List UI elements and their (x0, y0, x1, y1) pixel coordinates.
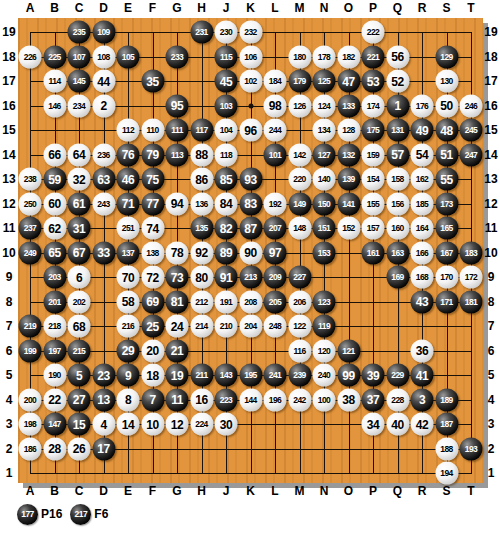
stone-Q13: 158 (386, 168, 409, 191)
stone-move-number: 17 (97, 443, 109, 455)
column-label-top: H (197, 1, 206, 15)
stone-T14: 247 (460, 143, 483, 166)
stone-S11: 165 (435, 217, 458, 240)
stone-move-number: 157 (367, 224, 380, 233)
stone-J4: 223 (215, 388, 238, 411)
stone-S18: 129 (435, 45, 458, 68)
stone-move-number: 6 (76, 271, 82, 283)
stone-F8: 69 (141, 290, 164, 313)
stone-move-number: 29 (122, 345, 134, 357)
stone-K4: 144 (239, 388, 262, 411)
column-label-bottom: N (320, 484, 329, 498)
stone-P19: 222 (362, 21, 385, 44)
stone-move-number: 102 (244, 77, 257, 86)
stone-R6: 36 (411, 339, 434, 362)
column-label-top: S (442, 1, 450, 15)
grid-line-horizontal (30, 473, 472, 474)
stone-move-number: 153 (318, 248, 331, 257)
stone-move-number: 30 (220, 418, 232, 430)
stone-move-number: 214 (195, 322, 208, 331)
stone-N6: 120 (313, 339, 336, 362)
stone-move-number: 33 (97, 247, 109, 259)
stone-G6: 21 (166, 339, 189, 362)
column-label-top: M (295, 1, 305, 15)
stone-move-number: 199 (24, 346, 37, 355)
stone-F6: 20 (141, 339, 164, 362)
column-label-top: G (172, 1, 181, 15)
stone-move-number: 168 (416, 273, 429, 282)
column-label-bottom: P (369, 484, 377, 498)
stone-move-number: 68 (73, 320, 85, 332)
stone-move-number: 185 (416, 199, 429, 208)
stone-move-number: 236 (97, 150, 110, 159)
stone-N5: 240 (313, 364, 336, 387)
row-label-right: 8 (488, 295, 495, 309)
stone-R9: 168 (411, 266, 434, 289)
stone-A10: 249 (19, 241, 42, 264)
stone-L16: 98 (264, 94, 287, 117)
stone-move-number: 229 (391, 371, 404, 380)
stone-F15: 110 (141, 119, 164, 142)
stone-M5: 239 (288, 364, 311, 387)
stone-move-number: 232 (244, 28, 257, 37)
stone-R5: 41 (411, 364, 434, 387)
stone-move-number: 191 (220, 297, 233, 306)
column-label-bottom: F (149, 484, 156, 498)
stone-C2: 26 (68, 437, 91, 460)
column-label-bottom: D (99, 484, 108, 498)
stone-H19: 231 (190, 21, 213, 44)
stone-move-number: 9 (125, 369, 131, 381)
column-label-top: N (320, 1, 329, 15)
stone-move-number: 85 (220, 173, 232, 185)
stone-move-number: 216 (122, 322, 135, 331)
stone-A4: 200 (19, 388, 42, 411)
stone-L4: 196 (264, 388, 287, 411)
stone-move-number: 223 (220, 395, 233, 404)
stone-S10: 167 (435, 241, 458, 264)
row-label-left: 8 (6, 295, 13, 309)
stone-move-number: 38 (342, 394, 354, 406)
stone-move-number: 149 (293, 199, 306, 208)
stone-L14: 101 (264, 143, 287, 166)
stone-move-number: 172 (465, 273, 478, 282)
stone-B11: 62 (43, 217, 66, 240)
stone-move-number: 175 (367, 126, 380, 135)
column-label-bottom: S (442, 484, 450, 498)
stone-B3: 147 (43, 413, 66, 436)
stone-move-number: 62 (48, 222, 60, 234)
stone-S13: 55 (435, 168, 458, 191)
stone-O14: 132 (337, 143, 360, 166)
stone-M9: 227 (288, 266, 311, 289)
stone-L9: 209 (264, 266, 287, 289)
stone-move-number: 131 (391, 126, 404, 135)
stone-move-number: 119 (318, 322, 330, 331)
row-label-right: 9 (488, 270, 495, 284)
stone-P16: 174 (362, 94, 385, 117)
stone-move-number: 48 (440, 124, 452, 136)
stone-move-number: 166 (416, 248, 429, 257)
stone-move-number: 165 (440, 224, 453, 233)
stone-move-number: 188 (440, 444, 453, 453)
stone-move-number: 75 (146, 173, 158, 185)
stone-E13: 46 (117, 168, 140, 191)
stone-move-number: 104 (220, 126, 233, 135)
stone-move-number: 163 (391, 248, 404, 257)
stone-move-number: 19 (171, 369, 183, 381)
stone-J10: 89 (215, 241, 238, 264)
column-label-top: C (75, 1, 84, 15)
stone-move-number: 56 (391, 51, 403, 63)
stone-move-number: 144 (244, 395, 257, 404)
stone-move-number: 35 (146, 75, 158, 87)
stone-B14: 66 (43, 143, 66, 166)
stone-D17: 44 (92, 70, 115, 93)
stone-C18: 107 (68, 45, 91, 68)
stone-Q15: 131 (386, 119, 409, 142)
stone-J17: 45 (215, 70, 238, 93)
stone-D12: 243 (92, 192, 115, 215)
stone-K19: 232 (239, 21, 262, 44)
row-label-left: 13 (2, 172, 15, 186)
stone-J11: 82 (215, 217, 238, 240)
stone-F14: 79 (141, 143, 164, 166)
stone-move-number: 7 (149, 394, 155, 406)
stone-move-number: 196 (269, 395, 282, 404)
stone-E4: 8 (117, 388, 140, 411)
stone-move-number: 92 (195, 247, 207, 259)
stone-move-number: 187 (440, 420, 453, 429)
stone-move-number: 54 (416, 149, 428, 161)
stone-move-number: 218 (48, 322, 61, 331)
stone-move-number: 87 (244, 222, 256, 234)
stone-move-number: 184 (269, 77, 282, 86)
stone-move-number: 243 (97, 199, 110, 208)
stone-L7: 248 (264, 315, 287, 338)
stone-move-number: 147 (48, 420, 61, 429)
stone-P3: 34 (362, 413, 385, 436)
stone-move-number: 117 (195, 126, 207, 135)
row-label-right: 10 (484, 246, 497, 260)
stone-A2: 186 (19, 437, 42, 460)
column-label-top: R (418, 1, 427, 15)
stone-move-number: 143 (220, 371, 233, 380)
stone-M11: 148 (288, 217, 311, 240)
stone-K12: 83 (239, 192, 262, 215)
stone-move-number: 231 (195, 28, 208, 37)
stone-move-number: 112 (122, 126, 134, 135)
stone-move-number: 206 (293, 297, 306, 306)
stone-move-number: 159 (367, 150, 380, 159)
stone-E8: 58 (117, 290, 140, 313)
stone-move-number: 180 (293, 52, 306, 61)
stone-B2: 28 (43, 437, 66, 460)
stone-move-number: 89 (220, 247, 232, 259)
stone-N12: 150 (313, 192, 336, 215)
stone-Q4: 228 (386, 388, 409, 411)
stone-C12: 61 (68, 192, 91, 215)
stone-move-number: 228 (391, 395, 404, 404)
stone-move-number: 181 (465, 297, 478, 306)
stone-move-number: 211 (195, 371, 207, 380)
stone-move-number: 235 (73, 28, 86, 37)
stone-move-number: 34 (367, 418, 379, 430)
stone-move-number: 129 (440, 52, 453, 61)
stone-move-number: 116 (293, 346, 305, 355)
stone-move-number: 79 (146, 149, 158, 161)
stone-move-number: 219 (24, 322, 37, 331)
column-label-bottom: B (50, 484, 59, 498)
stone-move-number: 248 (269, 322, 282, 331)
column-label-top: B (50, 1, 59, 15)
stone-A3: 198 (19, 413, 42, 436)
stone-O4: 38 (337, 388, 360, 411)
stone-S8: 171 (435, 290, 458, 313)
stone-move-number: 246 (465, 101, 478, 110)
stone-D4: 13 (92, 388, 115, 411)
stone-move-number: 173 (440, 199, 453, 208)
stone-N13: 140 (313, 168, 336, 191)
stone-G14: 113 (166, 143, 189, 166)
stone-C19: 235 (68, 21, 91, 44)
stone-move-number: 110 (146, 126, 158, 135)
stone-move-number: 139 (342, 175, 355, 184)
stone-move-number: 44 (97, 75, 109, 87)
stone-M17: 179 (288, 70, 311, 93)
stone-move-number: 76 (122, 149, 134, 161)
stone-T8: 181 (460, 290, 483, 313)
stone-move-number: 122 (293, 322, 306, 331)
column-label-bottom: L (271, 484, 278, 498)
stone-move-number: 114 (48, 77, 60, 86)
stone-move-number: 240 (318, 371, 331, 380)
stone-move-number: 195 (244, 371, 257, 380)
row-label-right: 16 (484, 99, 497, 113)
column-label-bottom: C (75, 484, 84, 498)
stone-O18: 182 (337, 45, 360, 68)
stone-move-number: 2 (100, 100, 106, 112)
stone-move-number: 24 (171, 320, 183, 332)
stone-O16: 133 (337, 94, 360, 117)
stone-R11: 164 (411, 217, 434, 240)
stone-move-number: 201 (48, 297, 61, 306)
column-label-bottom: M (295, 484, 305, 498)
stone-K10: 90 (239, 241, 262, 264)
stone-E11: 251 (117, 217, 140, 240)
stone-Q17: 52 (386, 70, 409, 93)
stone-L12: 192 (264, 192, 287, 215)
stone-H8: 212 (190, 290, 213, 313)
stone-move-number: 71 (122, 198, 134, 210)
stone-K11: 87 (239, 217, 262, 240)
stone-move-number: 90 (244, 247, 256, 259)
stone-J18: 115 (215, 45, 238, 68)
stone-move-number: 154 (367, 175, 380, 184)
stone-move-number: 41 (416, 369, 428, 381)
stone-move-number: 94 (171, 198, 183, 210)
stone-T2: 193 (460, 437, 483, 460)
stone-move-number: 197 (48, 346, 61, 355)
stone-A18: 226 (19, 45, 42, 68)
stone-move-number: 1 (394, 100, 400, 112)
star-point (248, 103, 253, 108)
stone-move-number: 225 (48, 52, 61, 61)
stone-M4: 242 (288, 388, 311, 411)
stone-G12: 94 (166, 192, 189, 215)
stone-move-number: 43 (416, 296, 428, 308)
stone-move-number: 249 (24, 248, 37, 257)
stone-move-number: 72 (146, 271, 158, 283)
stone-N10: 153 (313, 241, 336, 264)
stone-M6: 116 (288, 339, 311, 362)
stone-Q11: 160 (386, 217, 409, 240)
row-label-left: 2 (6, 442, 13, 456)
stone-move-number: 178 (318, 52, 331, 61)
stone-P12: 155 (362, 192, 385, 215)
stone-move-number: 150 (318, 199, 331, 208)
stone-N7: 119 (313, 315, 336, 338)
stone-J3: 30 (215, 413, 238, 436)
stone-C10: 67 (68, 241, 91, 264)
stone-move-number: 4 (100, 418, 106, 430)
stone-move-number: 138 (146, 248, 159, 257)
stone-P11: 157 (362, 217, 385, 240)
column-label-bottom: K (246, 484, 255, 498)
stone-move-number: 93 (244, 173, 256, 185)
stone-move-number: 13 (97, 394, 109, 406)
stone-N15: 134 (313, 119, 336, 142)
stone-move-number: 140 (318, 175, 331, 184)
stone-move-number: 22 (48, 394, 60, 406)
stone-H3: 224 (190, 413, 213, 436)
stone-move-number: 156 (391, 199, 404, 208)
stone-move-number: 18 (146, 369, 158, 381)
stone-move-number: 124 (318, 101, 331, 110)
stone-B16: 146 (43, 94, 66, 117)
stone-R4: 3 (411, 388, 434, 411)
stone-A6: 199 (19, 339, 42, 362)
caption-stone: 177 (17, 504, 38, 525)
row-label-left: 4 (6, 393, 13, 407)
caption-point-label: F6 (94, 507, 108, 521)
stone-B17: 114 (43, 70, 66, 93)
stone-move-number: 88 (195, 149, 207, 161)
stone-C11: 31 (68, 217, 91, 240)
stone-J9: 91 (215, 266, 238, 289)
row-label-left: 7 (6, 319, 13, 333)
row-label-right: 12 (484, 197, 497, 211)
row-label-right: 3 (488, 417, 495, 431)
go-kifu-diagram: 2351092312302322222262251071081052331151… (0, 0, 500, 537)
stone-N17: 125 (313, 70, 336, 93)
stone-move-number: 193 (465, 444, 478, 453)
row-label-left: 10 (2, 246, 15, 260)
stone-E15: 112 (117, 119, 140, 142)
stone-move-number: 10 (146, 418, 158, 430)
stone-move-number: 152 (342, 224, 355, 233)
stone-C9: 6 (68, 266, 91, 289)
stone-move-number: 86 (195, 173, 207, 185)
stone-move-number: 227 (293, 273, 306, 282)
stone-S4: 189 (435, 388, 458, 411)
stone-F4: 7 (141, 388, 164, 411)
stone-K8: 208 (239, 290, 262, 313)
stone-O6: 121 (337, 339, 360, 362)
stone-move-number: 99 (342, 369, 354, 381)
stone-H11: 135 (190, 217, 213, 240)
stone-L17: 184 (264, 70, 287, 93)
stone-move-number: 226 (24, 52, 37, 61)
stone-move-number: 148 (293, 224, 306, 233)
stone-move-number: 212 (195, 297, 208, 306)
stone-move-number: 213 (244, 273, 257, 282)
stone-move-number: 51 (440, 149, 452, 161)
stone-Q5: 229 (386, 364, 409, 387)
stone-G8: 81 (166, 290, 189, 313)
stone-move-number: 80 (195, 271, 207, 283)
stone-D18: 108 (92, 45, 115, 68)
column-label-top: J (223, 1, 230, 15)
stone-G4: 11 (166, 388, 189, 411)
stone-S3: 187 (435, 413, 458, 436)
stone-B10: 65 (43, 241, 66, 264)
stone-F10: 138 (141, 241, 164, 264)
stone-move-number: 221 (367, 52, 380, 61)
row-label-left: 17 (2, 74, 15, 88)
column-label-bottom: A (26, 484, 35, 498)
column-label-top: P (369, 1, 377, 15)
stone-move-number: 15 (73, 418, 85, 430)
stone-Q9: 169 (386, 266, 409, 289)
stone-S12: 173 (435, 192, 458, 215)
stone-move-number: 194 (440, 469, 453, 478)
row-label-right: 6 (488, 344, 495, 358)
stone-move-number: 135 (195, 224, 208, 233)
row-label-left: 12 (2, 197, 15, 211)
stone-J19: 230 (215, 21, 238, 44)
row-label-left: 3 (6, 417, 13, 431)
stone-move-number: 121 (342, 346, 355, 355)
stone-E9: 70 (117, 266, 140, 289)
stone-P10: 161 (362, 241, 385, 264)
stone-E12: 71 (117, 192, 140, 215)
stone-J16: 103 (215, 94, 238, 117)
stone-move-number: 45 (220, 75, 232, 87)
stone-move-number: 11 (171, 394, 183, 406)
stone-move-number: 98 (269, 100, 281, 112)
stone-O11: 152 (337, 217, 360, 240)
stone-C17: 145 (68, 70, 91, 93)
stone-K7: 204 (239, 315, 262, 338)
stone-move-number: 169 (391, 273, 404, 282)
stone-H5: 211 (190, 364, 213, 387)
column-label-top: E (124, 1, 132, 15)
stone-move-number: 239 (293, 371, 306, 380)
stone-move-number: 21 (171, 345, 183, 357)
row-label-right: 4 (488, 393, 495, 407)
stone-move-number: 96 (244, 124, 256, 136)
stone-H12: 136 (190, 192, 213, 215)
row-label-left: 16 (2, 99, 15, 113)
stone-move-number: 220 (293, 175, 306, 184)
stone-move-number: 70 (122, 271, 134, 283)
row-label-right: 5 (488, 368, 495, 382)
stone-move-number: 179 (293, 77, 306, 86)
stone-move-number: 37 (367, 394, 379, 406)
stone-H9: 80 (190, 266, 213, 289)
stone-move-number: 182 (342, 52, 355, 61)
